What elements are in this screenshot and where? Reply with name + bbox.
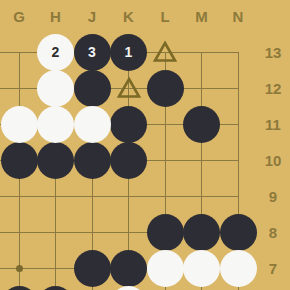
stone-black-L8[interactable] [147,214,184,251]
stone-black-M8[interactable] [183,214,220,251]
triangle-mark-L13[interactable] [152,39,178,69]
stone-black-J12[interactable] [74,70,111,107]
stone-black-G6[interactable] [1,286,38,290]
star-point-G7 [16,265,23,272]
stone-white-H12[interactable] [37,70,74,107]
grid-line-horizontal-9 [0,196,239,197]
stone-black-K10[interactable] [110,142,147,179]
stone-black-K11[interactable] [110,106,147,143]
column-label-M: M [195,8,208,25]
row-label-11: 11 [265,116,281,133]
stone-white-H11[interactable] [37,106,74,143]
stone-white-G11[interactable] [1,106,38,143]
stone-black-N8[interactable] [220,214,257,251]
stone-black-G10[interactable] [1,142,38,179]
stone-black-K13[interactable]: 1 [110,34,147,71]
column-label-L: L [160,8,169,25]
stone-black-J10[interactable] [74,142,111,179]
stone-white-N7[interactable] [220,250,257,287]
row-label-12: 12 [265,80,282,97]
row-label-10: 10 [265,152,282,169]
column-label-K: K [123,8,134,25]
stone-black-H6[interactable] [37,286,74,290]
triangle-icon [116,75,142,101]
stone-black-J13[interactable]: 3 [74,34,111,71]
stone-black-M11[interactable] [183,106,220,143]
row-label-13: 13 [265,44,282,61]
move-number-1: 1 [125,45,133,59]
move-number-2: 2 [52,45,60,59]
stone-white-J11[interactable] [74,106,111,143]
stone-black-K7[interactable] [110,250,147,287]
triangle-mark-K12[interactable] [116,75,142,105]
stone-white-K6[interactable] [110,286,147,290]
goban[interactable]: GHJKLMN13121110987312 [0,0,290,290]
triangle-icon [152,39,178,65]
stone-white-H13[interactable]: 2 [37,34,74,71]
row-label-8: 8 [269,224,277,241]
row-label-9: 9 [269,188,277,205]
column-label-G: G [13,8,25,25]
move-number-3: 3 [88,45,96,59]
stone-black-J7[interactable] [74,250,111,287]
column-label-N: N [233,8,244,25]
stone-white-L7[interactable] [147,250,184,287]
column-label-H: H [50,8,61,25]
stone-white-M7[interactable] [183,250,220,287]
stone-black-H10[interactable] [37,142,74,179]
column-label-J: J [88,8,96,25]
row-label-7: 7 [269,260,277,277]
stone-black-L12[interactable] [147,70,184,107]
